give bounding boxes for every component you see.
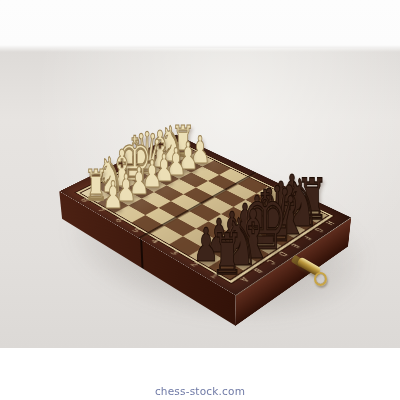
square-d6[interactable]	[221, 207, 253, 224]
square-e8[interactable]	[248, 235, 281, 254]
square-e6[interactable]	[208, 214, 240, 232]
square-g7[interactable]	[202, 239, 235, 258]
square-e7[interactable]	[228, 224, 261, 242]
square-h6[interactable]	[169, 236, 202, 255]
square-h7[interactable]	[189, 247, 223, 267]
square-g8[interactable]	[222, 251, 256, 271]
square-d8[interactable]	[260, 227, 293, 246]
square-g6[interactable]	[183, 229, 216, 248]
square-c8[interactable]	[273, 220, 306, 238]
square-f6[interactable]	[196, 221, 228, 239]
square-d7[interactable]	[240, 217, 272, 235]
square-h5[interactable]	[150, 226, 182, 244]
brass-clasp-icon	[290, 255, 330, 291]
watermark-text: chess-stock.com	[0, 385, 400, 397]
square-h4[interactable]	[132, 215, 164, 233]
square-e5[interactable]	[190, 204, 221, 221]
square-a8[interactable]	[296, 205, 328, 222]
square-f7[interactable]	[215, 232, 248, 251]
square-b8[interactable]	[284, 212, 316, 230]
square-g5[interactable]	[164, 218, 196, 236]
fold-hinge-gap	[140, 239, 143, 269]
clasp-ring	[314, 272, 327, 286]
photo-stage: ABCDEFGH 87654321 ♜♞♝♛♚♝♞♜♟♟♟♟♟♟♟♟♟♟♟♟♟♟…	[0, 0, 400, 400]
square-h3[interactable]	[114, 205, 145, 222]
square-h8[interactable]	[209, 259, 243, 280]
square-f8[interactable]	[235, 243, 269, 263]
square-f5[interactable]	[177, 211, 209, 229]
square-a7[interactable]	[276, 196, 307, 213]
square-g4[interactable]	[145, 208, 176, 225]
square-c7[interactable]	[252, 210, 284, 228]
square-b7[interactable]	[264, 203, 296, 220]
